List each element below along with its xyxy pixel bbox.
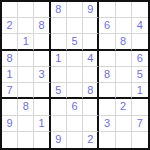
given-digit: 3 (38, 69, 44, 80)
sudoku-cell-r4c3[interactable] (51, 67, 67, 83)
sudoku-cell-r8c5: 2 (83, 132, 99, 148)
given-digit: 8 (104, 69, 110, 80)
sudoku-cell-r6c8[interactable] (132, 99, 148, 115)
sudoku-cell-r1c5[interactable] (83, 18, 99, 34)
given-digit: 6 (71, 101, 77, 112)
sudoku-cell-r2c4: 5 (67, 34, 83, 50)
sudoku-cell-r1c7[interactable] (116, 18, 132, 34)
sudoku-cell-r2c6[interactable] (99, 34, 115, 50)
given-digit: 8 (23, 101, 29, 112)
sudoku-cell-r3c2[interactable] (34, 51, 50, 67)
sudoku-cell-r5c8: 1 (132, 83, 148, 99)
sudoku-cell-r6c4: 6 (67, 99, 83, 115)
sudoku-cell-r3c1[interactable] (18, 51, 34, 67)
given-digit: 8 (120, 36, 126, 47)
sudoku-cell-r3c4[interactable] (67, 51, 83, 67)
sudoku-cell-r2c5[interactable] (83, 34, 99, 50)
sudoku-cell-r6c6[interactable] (99, 99, 115, 115)
given-digit: 1 (23, 36, 29, 47)
given-digit: 8 (7, 53, 13, 64)
sudoku-cell-r4c7[interactable] (116, 67, 132, 83)
given-digit: 3 (104, 118, 110, 129)
given-digit: 1 (55, 53, 61, 64)
sudoku-cell-r2c2[interactable] (34, 34, 50, 50)
given-digit: 1 (7, 69, 13, 80)
sudoku-cell-r7c8: 7 (132, 116, 148, 132)
sudoku-cell-r6c5[interactable] (83, 99, 99, 115)
sudoku-cell-r7c6: 3 (99, 116, 115, 132)
sudoku-cell-r7c5[interactable] (83, 116, 99, 132)
sudoku-cell-r4c0: 1 (2, 67, 18, 83)
given-digit: 5 (137, 69, 143, 80)
sudoku-cell-r8c0[interactable] (2, 132, 18, 148)
sudoku-cell-r5c6[interactable] (99, 83, 115, 99)
sudoku-board: 892864158814613857581862913792 (0, 0, 150, 150)
sudoku-cell-r1c4[interactable] (67, 18, 83, 34)
sudoku-cell-r6c3[interactable] (51, 99, 67, 115)
sudoku-app: 892864158814613857581862913792 (0, 0, 150, 150)
sudoku-cell-r6c0[interactable] (2, 99, 18, 115)
sudoku-cell-r2c1: 1 (18, 34, 34, 50)
sudoku-cell-r8c8[interactable] (132, 132, 148, 148)
sudoku-cell-r0c8[interactable] (132, 2, 148, 18)
sudoku-cell-r8c1[interactable] (18, 132, 34, 148)
given-digit: 1 (38, 118, 44, 129)
sudoku-cell-r2c0[interactable] (2, 34, 18, 50)
given-digit: 5 (55, 85, 61, 96)
sudoku-cell-r5c2[interactable] (34, 83, 50, 99)
sudoku-cell-r0c3: 8 (51, 2, 67, 18)
sudoku-cell-r1c6: 6 (99, 18, 115, 34)
sudoku-cell-r2c8[interactable] (132, 34, 148, 50)
sudoku-cell-r7c2: 1 (34, 116, 50, 132)
given-digit: 9 (55, 134, 61, 145)
sudoku-cell-r0c6[interactable] (99, 2, 115, 18)
sudoku-cell-r0c5: 9 (83, 2, 99, 18)
sudoku-cell-r1c3[interactable] (51, 18, 67, 34)
sudoku-cell-r6c1: 8 (18, 99, 34, 115)
given-digit: 8 (38, 20, 44, 31)
given-digit: 4 (137, 20, 143, 31)
sudoku-cell-r7c0: 9 (2, 116, 18, 132)
sudoku-cell-r6c7: 2 (116, 99, 132, 115)
sudoku-cell-r1c0: 2 (2, 18, 18, 34)
sudoku-cell-r5c5: 8 (83, 83, 99, 99)
sudoku-cell-r1c8: 4 (132, 18, 148, 34)
sudoku-cell-r8c3: 9 (51, 132, 67, 148)
sudoku-cell-r7c7[interactable] (116, 116, 132, 132)
sudoku-cell-r7c4[interactable] (67, 116, 83, 132)
given-digit: 9 (87, 4, 93, 15)
sudoku-cell-r3c3: 1 (51, 51, 67, 67)
sudoku-cell-r3c8: 6 (132, 51, 148, 67)
sudoku-cell-r3c0: 8 (2, 51, 18, 67)
given-digit: 2 (7, 20, 13, 31)
given-digit: 6 (104, 20, 110, 31)
given-digit: 9 (7, 118, 13, 129)
given-digit: 7 (7, 85, 13, 96)
given-digit: 5 (71, 36, 77, 47)
sudoku-cell-r6c2[interactable] (34, 99, 50, 115)
sudoku-cell-r7c1[interactable] (18, 116, 34, 132)
sudoku-cell-r8c7[interactable] (116, 132, 132, 148)
sudoku-cell-r1c1[interactable] (18, 18, 34, 34)
sudoku-cell-r4c1[interactable] (18, 67, 34, 83)
given-digit: 2 (87, 134, 93, 145)
sudoku-cell-r4c6: 8 (99, 67, 115, 83)
sudoku-cell-r1c2: 8 (34, 18, 50, 34)
given-digit: 2 (120, 101, 126, 112)
sudoku-cell-r5c0: 7 (2, 83, 18, 99)
sudoku-cell-r8c6[interactable] (99, 132, 115, 148)
sudoku-cell-r3c5: 4 (83, 51, 99, 67)
sudoku-cell-r5c7[interactable] (116, 83, 132, 99)
given-digit: 8 (87, 85, 93, 96)
given-digit: 8 (55, 4, 61, 15)
sudoku-cell-r0c4[interactable] (67, 2, 83, 18)
given-digit: 4 (87, 53, 93, 64)
sudoku-cell-r8c2[interactable] (34, 132, 50, 148)
sudoku-cell-r4c5[interactable] (83, 67, 99, 83)
given-digit: 7 (137, 118, 143, 129)
given-digit: 6 (137, 53, 143, 64)
sudoku-cell-r3c6[interactable] (99, 51, 115, 67)
given-digit: 1 (137, 85, 143, 96)
sudoku-cell-r2c3[interactable] (51, 34, 67, 50)
sudoku-cell-r0c0[interactable] (2, 2, 18, 18)
sudoku-cell-r0c1[interactable] (18, 2, 34, 18)
sudoku-cell-r4c4[interactable] (67, 67, 83, 83)
sudoku-cell-r0c7[interactable] (116, 2, 132, 18)
sudoku-cell-r0c2[interactable] (34, 2, 50, 18)
sudoku-cell-r8c4[interactable] (67, 132, 83, 148)
sudoku-cell-r5c1[interactable] (18, 83, 34, 99)
sudoku-cell-r4c8: 5 (132, 67, 148, 83)
sudoku-cell-r2c7: 8 (116, 34, 132, 50)
sudoku-cell-r3c7[interactable] (116, 51, 132, 67)
sudoku-cell-r7c3[interactable] (51, 116, 67, 132)
sudoku-cell-r4c2: 3 (34, 67, 50, 83)
sudoku-cell-r5c4[interactable] (67, 83, 83, 99)
sudoku-cell-r5c3: 5 (51, 83, 67, 99)
